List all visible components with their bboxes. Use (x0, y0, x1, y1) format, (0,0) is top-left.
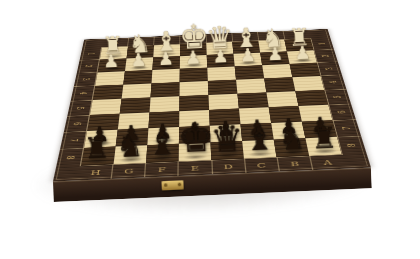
white-pawn-glyph: ♟ (261, 44, 289, 63)
black-bishop-glyph: ♝ (145, 127, 179, 161)
photo-tilt: HGFEDCBA HGFEDCBA 12345678 12345678 ♜♞♝♚… (0, 0, 420, 259)
file-far-label-f: F (153, 35, 179, 45)
chess-set-photo: HGFEDCBA HGFEDCBA 12345678 12345678 ♜♞♝♚… (0, 0, 420, 259)
black-bishop-glyph: ♝ (242, 122, 276, 156)
black-knight-glyph: ♞ (112, 130, 146, 162)
perspective-scene: HGFEDCBA HGFEDCBA 12345678 12345678 ♜♞♝♚… (0, 0, 420, 259)
file-far-label-b: B (257, 31, 285, 41)
black-bishop-c8: ♝ (242, 140, 276, 159)
white-pawn-a2: ♟ (287, 50, 317, 64)
white-pawn-glyph: ♟ (206, 47, 234, 66)
black-rook-a8: ♜ (305, 137, 341, 156)
white-pawn-glyph: ♟ (179, 48, 207, 67)
white-pawn-g2: ♟ (125, 57, 153, 71)
white-pawn-glyph: ♟ (234, 46, 262, 65)
black-king-e8: ♚ (179, 142, 212, 161)
white-pawn-f2: ♟ (152, 56, 180, 70)
white-pawn-h2: ♟ (98, 58, 127, 72)
white-pawn-glyph: ♟ (288, 43, 316, 62)
file-far-label-e: E (180, 34, 206, 44)
white-pawn-e2: ♟ (180, 55, 207, 69)
white-pawn-glyph: ♟ (97, 52, 125, 71)
black-knight-g8: ♞ (114, 145, 148, 164)
black-bishop-f8: ♝ (146, 144, 179, 163)
black-knight-glyph: ♞ (275, 123, 309, 155)
file-far-label-c: C (231, 32, 258, 42)
white-pawn-glyph: ♟ (124, 50, 152, 69)
black-queen-glyph: ♛ (210, 119, 244, 157)
file-far-label-d: D (205, 33, 232, 43)
black-rook-glyph: ♜ (307, 123, 341, 154)
file-far-label-g: G (127, 37, 154, 47)
file-far-label-a: A (282, 30, 310, 40)
white-pawn-glyph: ♟ (152, 49, 180, 68)
white-pawn-d2: ♟ (207, 54, 235, 68)
black-rook-h8: ♜ (81, 147, 116, 166)
white-pawn-b2: ♟ (260, 51, 289, 65)
chess-board: HGFEDCBA HGFEDCBA 12345678 12345678 ♜♞♝♚… (53, 29, 371, 181)
black-knight-b8: ♞ (274, 138, 309, 157)
black-queen-d8: ♛ (211, 141, 244, 160)
brass-latch-icon (161, 180, 183, 190)
black-rook-glyph: ♜ (80, 133, 114, 164)
file-far-label-h: H (102, 38, 128, 48)
black-king-glyph: ♚ (177, 117, 211, 159)
white-pawn-c2: ♟ (233, 53, 262, 67)
